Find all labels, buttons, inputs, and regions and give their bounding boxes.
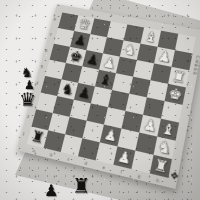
piece-white-pawn-a3: ♟ <box>116 148 133 166</box>
piece-black-knight-d7: ♞ <box>60 80 76 96</box>
piece-black-pawn-f6: ♟ <box>85 51 101 67</box>
rank-label-8: 8 <box>53 17 57 22</box>
piece-black-pawn-d6: ♟ <box>77 84 93 101</box>
piece-black-bishop-e5: ♝ <box>98 71 114 87</box>
piece-black-pawn-g7: ♟ <box>73 32 88 47</box>
piece-white-bishop-h3: ♝ <box>143 28 159 44</box>
piece-black-rook-a8: ♜ <box>30 127 46 144</box>
captured-black-queen: ♛ <box>19 90 36 109</box>
file-label-b: b <box>49 152 53 158</box>
piece-white-pawn-c2: ♟ <box>142 116 158 134</box>
file-label-h: h <box>156 178 160 184</box>
rank-label-5: 5 <box>40 64 44 69</box>
file-label-c: c <box>67 156 71 162</box>
piece-white-pawn-g2: ♟ <box>157 48 173 64</box>
file-label-d: d <box>84 160 88 166</box>
piece-black-king-f7: ♚ <box>69 48 85 64</box>
captured-black-rook: ♜ <box>72 176 91 197</box>
rank-label-7: 7 <box>49 32 53 37</box>
piece-white-knight-b1: ♞ <box>156 138 173 156</box>
piece-white-pawn-b4: ♟ <box>103 126 119 144</box>
file-label-f: f <box>120 169 123 175</box>
rank-label-2: 2 <box>26 114 30 120</box>
photo-stage: ♛♝♟♞♟♚♟♟♜♝♚♞♟♟♝♟♞♜♟♜ abcdefgh 87654321 C… <box>0 0 200 200</box>
piece-white-pawn-f5: ♟ <box>102 54 118 70</box>
square-a1: ♜ <box>150 155 172 178</box>
file-label-e: e <box>102 165 106 171</box>
piece-white-bishop-c1: ♝ <box>160 120 176 138</box>
piece-white-rook-f1: ♜ <box>171 68 187 85</box>
piece-white-knight-g4: ♞ <box>123 41 139 57</box>
rank-label-6: 6 <box>44 48 48 53</box>
rank-label-1: 1 <box>22 131 26 137</box>
rank-label-4: 4 <box>36 80 40 85</box>
piece-white-king-e1: ♚ <box>167 85 183 102</box>
piece-white-queen-h7: ♛ <box>77 16 92 31</box>
file-label-a: a <box>32 148 36 154</box>
file-label-g: g <box>137 173 141 179</box>
captured-black-pawn: ♟ <box>44 183 58 199</box>
piece-white-rook-a1: ♜ <box>153 156 170 175</box>
